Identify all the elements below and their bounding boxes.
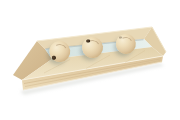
pit-3[interactable] bbox=[107, 27, 143, 60]
pit-2[interactable] bbox=[74, 31, 110, 64]
wooden-ball[interactable] bbox=[48, 40, 71, 63]
ball-hole bbox=[52, 56, 56, 60]
board-photo bbox=[0, 0, 180, 120]
wooden-ball[interactable] bbox=[81, 36, 104, 59]
pit-1[interactable] bbox=[42, 35, 78, 68]
wooden-ball[interactable] bbox=[114, 32, 136, 54]
ball-hole bbox=[86, 39, 89, 42]
ball-hole bbox=[119, 36, 121, 38]
